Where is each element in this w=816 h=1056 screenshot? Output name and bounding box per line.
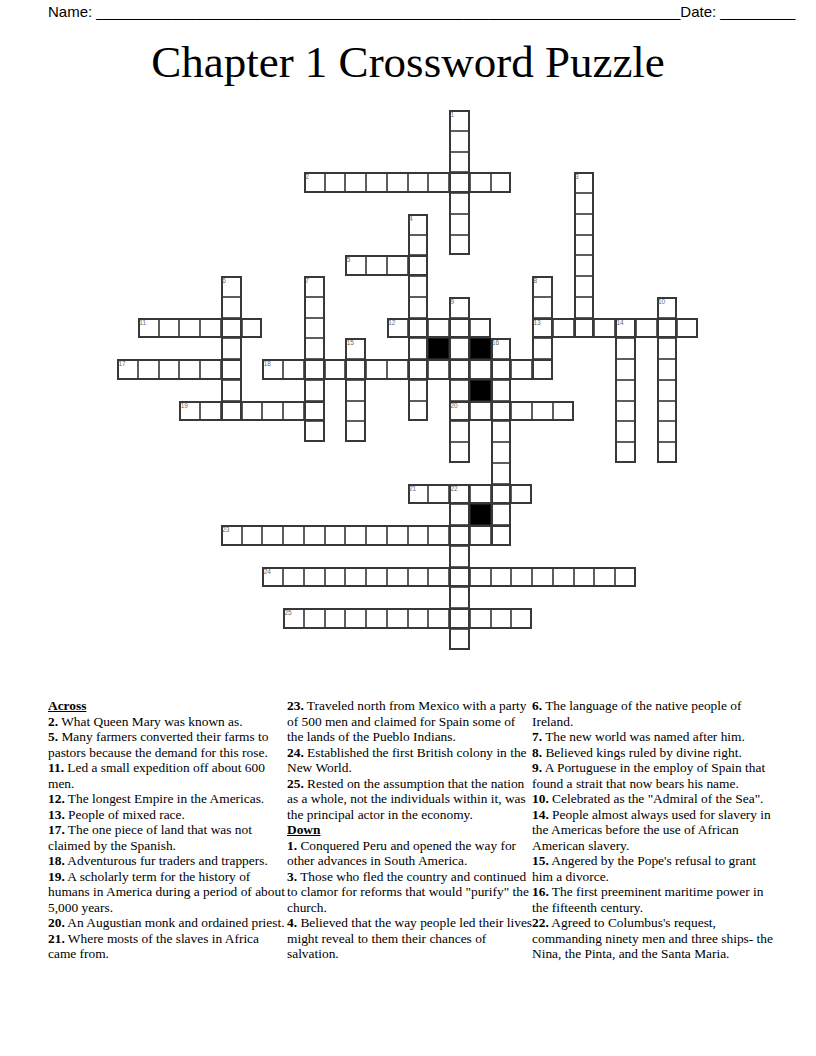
grid-cell[interactable] — [408, 380, 429, 401]
clue-number: 16. — [532, 884, 549, 899]
clue-number: 7. — [532, 729, 542, 744]
clue-number: 22. — [532, 915, 549, 930]
clue-item: 8. Believed kings ruled by divine right. — [532, 745, 777, 761]
grid-cell[interactable] — [366, 255, 387, 276]
grid-cell[interactable] — [491, 359, 512, 380]
grid-cell[interactable] — [449, 152, 470, 173]
grid-cell[interactable] — [491, 463, 512, 484]
clue-number: 4. — [287, 915, 297, 930]
grid-cell[interactable] — [242, 318, 263, 339]
grid-cell[interactable] — [345, 525, 366, 546]
grid-cell[interactable] — [428, 318, 449, 339]
grid-cell[interactable] — [574, 214, 595, 235]
grid-cell[interactable] — [532, 297, 553, 318]
worksheet-page: { "page": { "name_label": "Name:", "name… — [0, 0, 816, 1056]
header-row: Name: __________________________________… — [48, 3, 768, 21]
grid-cell[interactable] — [574, 255, 595, 276]
grid-cell[interactable] — [470, 401, 491, 422]
grid-cell[interactable] — [491, 608, 512, 629]
grid-cell[interactable] — [325, 172, 346, 193]
grid-cell[interactable] — [179, 318, 200, 339]
grid-cell[interactable] — [574, 297, 595, 318]
clue-column-1: Across2. What Queen Mary was known as.5.… — [48, 698, 286, 962]
grid-cell[interactable] — [491, 401, 512, 422]
grid-cell[interactable] — [553, 567, 574, 588]
clue-item: 18. Adventurous fur traders and trappers… — [48, 853, 286, 869]
date-field: Date: _________ — [680, 3, 795, 21]
clue-number: 23. — [287, 698, 304, 713]
grid-cell[interactable] — [200, 359, 221, 380]
grid-cell[interactable] — [615, 380, 636, 401]
date-blank-line: _________ — [720, 3, 795, 20]
clue-item: 11. Led a small expedition off about 600… — [48, 760, 286, 791]
clue-number: 10. — [532, 791, 549, 806]
grid-cell[interactable] — [449, 546, 470, 567]
grid-cell[interactable] — [242, 401, 263, 422]
clue-item: 10. Celebrated as the "Admiral of the Se… — [532, 791, 777, 807]
clue-number: 13. — [48, 807, 65, 822]
grid-cell[interactable] — [636, 318, 657, 339]
grid-cell[interactable] — [159, 359, 180, 380]
clue-item: 23. Traveled north from Mexico with a pa… — [287, 698, 534, 745]
grid-cell[interactable] — [408, 525, 429, 546]
clue-item: 25. Rested on the assumption that the na… — [287, 776, 534, 823]
grid-cell[interactable] — [408, 172, 429, 193]
grid-cell[interactable] — [491, 380, 512, 401]
grid-cell[interactable] — [345, 421, 366, 442]
grid-cell[interactable] — [449, 442, 470, 463]
clue-number: 5. — [48, 729, 58, 744]
clue-number: 17. — [48, 822, 65, 837]
grid-cell[interactable] — [449, 608, 470, 629]
grid-cell[interactable] — [387, 255, 408, 276]
grid-cell[interactable] — [366, 525, 387, 546]
name-field: Name: __________________________________… — [48, 3, 680, 21]
clue-item: 5. Many farmers converted their farms to… — [48, 729, 286, 760]
grid-cell[interactable] — [470, 567, 491, 588]
grid-cell[interactable] — [615, 421, 636, 442]
grid-cell[interactable] — [283, 608, 304, 629]
grid-cell[interactable] — [345, 359, 366, 380]
clue-header-across: Across — [48, 698, 286, 714]
grid-cell[interactable] — [574, 172, 595, 193]
name-label: Name: — [48, 3, 92, 20]
grid-cell[interactable] — [511, 567, 532, 588]
grid-cell[interactable] — [304, 359, 325, 380]
clue-item: 7. The new world was named after him. — [532, 729, 777, 745]
grid-cell[interactable] — [221, 401, 242, 422]
clue-item: 2. What Queen Mary was known as. — [48, 714, 286, 730]
grid-cell[interactable] — [138, 359, 159, 380]
grid-cell[interactable] — [574, 193, 595, 214]
grid-cell[interactable] — [221, 297, 242, 318]
grid-cell[interactable] — [491, 525, 512, 546]
grid-cell[interactable] — [387, 172, 408, 193]
grid-cell[interactable] — [511, 608, 532, 629]
grid-cell[interactable] — [449, 567, 470, 588]
grid-cell[interactable] — [615, 401, 636, 422]
grid-cell[interactable] — [491, 442, 512, 463]
grid-cell[interactable] — [304, 525, 325, 546]
clue-item: 16. The first preeminent maritime power … — [532, 884, 777, 915]
grid-cell[interactable] — [325, 359, 346, 380]
grid-cell[interactable] — [449, 629, 470, 650]
clue-item: 3. Those who fled the country and contin… — [287, 869, 534, 916]
grid-cell[interactable] — [304, 172, 325, 193]
grid-cell[interactable] — [449, 401, 470, 422]
clue-item: 20. An Augustian monk and ordained pries… — [48, 915, 286, 931]
grid-cell[interactable] — [532, 276, 553, 297]
grid-cell[interactable] — [657, 318, 678, 339]
grid-cell[interactable] — [449, 380, 470, 401]
clue-number: 3. — [287, 869, 297, 884]
clue-item: 6. The language of the native people of … — [532, 698, 777, 729]
name-blank-line: ________________________________________… — [96, 3, 680, 20]
grid-cell[interactable] — [345, 380, 366, 401]
grid-cell[interactable] — [428, 608, 449, 629]
grid-cell[interactable] — [615, 567, 636, 588]
clue-number: 1. — [287, 838, 297, 853]
grid-cell[interactable] — [491, 567, 512, 588]
grid-cell[interactable] — [470, 359, 491, 380]
clue-item: 21. Where mosts of the slaves in Africa … — [48, 931, 286, 962]
grid-cell[interactable] — [428, 525, 449, 546]
clue-number: 14. — [532, 807, 549, 822]
grid-cell[interactable] — [553, 318, 574, 339]
date-label: Date: — [680, 3, 716, 20]
grid-cell[interactable] — [262, 359, 283, 380]
clue-number: 19. — [48, 869, 65, 884]
grid-cell[interactable] — [449, 318, 470, 339]
grid-cell[interactable] — [366, 608, 387, 629]
grid-cell[interactable] — [387, 318, 408, 339]
grid-cell[interactable] — [117, 359, 138, 380]
grid-cell[interactable] — [428, 359, 449, 380]
clue-number: 2. — [48, 714, 58, 729]
grid-cell[interactable] — [159, 318, 180, 339]
grid-cell[interactable] — [449, 484, 470, 505]
clue-number: 9. — [532, 760, 542, 775]
grid-cell[interactable] — [449, 359, 470, 380]
grid-cell[interactable] — [304, 380, 325, 401]
grid-cell[interactable] — [615, 318, 636, 339]
grid-cell[interactable] — [532, 338, 553, 359]
clue-number: 25. — [287, 776, 304, 791]
grid-cell[interactable] — [449, 525, 470, 546]
grid-cell[interactable] — [200, 318, 221, 339]
clue-number: 24. — [287, 745, 304, 760]
grid-cell[interactable] — [470, 608, 491, 629]
grid-cell[interactable] — [574, 318, 595, 339]
grid-cell[interactable] — [304, 567, 325, 588]
grid-cell[interactable] — [449, 110, 470, 131]
black-cell — [470, 338, 491, 359]
grid-cell[interactable] — [262, 567, 283, 588]
grid-cell[interactable] — [511, 484, 532, 505]
grid-cell[interactable] — [179, 401, 200, 422]
grid-cell[interactable] — [387, 359, 408, 380]
grid-cell[interactable] — [387, 608, 408, 629]
grid-cell[interactable] — [408, 318, 429, 339]
clue-item: 19. A scholarly term for the history of … — [48, 869, 286, 916]
grid-cell[interactable] — [408, 359, 429, 380]
clue-item: 24. Established the first British colony… — [287, 745, 534, 776]
grid-cell[interactable] — [532, 359, 553, 380]
grid-cell[interactable] — [449, 214, 470, 235]
grid-cell[interactable] — [325, 525, 346, 546]
grid-cell[interactable] — [449, 193, 470, 214]
clue-item: 1. Conquered Peru and opened the way for… — [287, 838, 534, 869]
grid-cell[interactable] — [449, 297, 470, 318]
grid-cell[interactable] — [677, 318, 698, 339]
grid-cell[interactable] — [491, 338, 512, 359]
grid-cell[interactable] — [657, 442, 678, 463]
grid-cell[interactable] — [615, 442, 636, 463]
grid-cell[interactable] — [387, 525, 408, 546]
clue-item: 14. People almost always used for slaver… — [532, 807, 777, 854]
clue-column-2: 23. Traveled north from Mexico with a pa… — [287, 698, 534, 962]
grid-cell[interactable] — [221, 338, 242, 359]
grid-cell[interactable] — [221, 359, 242, 380]
clue-item: 17. The one piece of land that was not c… — [48, 822, 286, 853]
grid-cell[interactable] — [408, 255, 429, 276]
black-cell — [428, 338, 449, 359]
grid-cell[interactable] — [428, 567, 449, 588]
grid-cell[interactable] — [283, 359, 304, 380]
grid-cell[interactable] — [408, 214, 429, 235]
grid-cell[interactable] — [408, 297, 429, 318]
grid-cell[interactable] — [325, 608, 346, 629]
grid-cell[interactable] — [283, 567, 304, 588]
grid-cell[interactable] — [470, 318, 491, 339]
grid-cell[interactable] — [532, 567, 553, 588]
grid-cell[interactable] — [428, 484, 449, 505]
grid-cell[interactable] — [242, 525, 263, 546]
grid-cell[interactable] — [491, 172, 512, 193]
grid-cell[interactable] — [221, 525, 242, 546]
clue-column-3: 6. The language of the native people of … — [532, 698, 777, 962]
grid-cell[interactable] — [179, 359, 200, 380]
grid-cell[interactable] — [262, 401, 283, 422]
grid-cell[interactable] — [657, 297, 678, 318]
clue-number: 18. — [48, 853, 65, 868]
grid-cell[interactable] — [594, 318, 615, 339]
grid-cell[interactable] — [408, 401, 429, 422]
grid-cell[interactable] — [491, 421, 512, 442]
grid-cell[interactable] — [304, 401, 325, 422]
grid-cell[interactable] — [470, 525, 491, 546]
grid-cell[interactable] — [345, 338, 366, 359]
grid-cell[interactable] — [283, 401, 304, 422]
grid-cell[interactable] — [408, 608, 429, 629]
grid-cell[interactable] — [657, 359, 678, 380]
grid-cell[interactable] — [470, 484, 491, 505]
grid-cell[interactable] — [408, 338, 429, 359]
clue-number: 12. — [48, 791, 65, 806]
grid-cell[interactable] — [408, 567, 429, 588]
grid-cell[interactable] — [408, 235, 429, 256]
grid-cell[interactable] — [221, 380, 242, 401]
clue-item: 13. People of mixed race. — [48, 807, 286, 823]
clue-number: 8. — [532, 745, 542, 760]
grid-cell[interactable] — [657, 401, 678, 422]
grid-cell[interactable] — [449, 131, 470, 152]
clue-number: 11. — [48, 760, 64, 775]
grid-cell[interactable] — [449, 421, 470, 442]
grid-cell[interactable] — [366, 567, 387, 588]
grid-cell[interactable] — [491, 504, 512, 525]
grid-cell[interactable] — [615, 359, 636, 380]
grid-cell[interactable] — [387, 567, 408, 588]
grid-cell[interactable] — [200, 401, 221, 422]
grid-cell[interactable] — [345, 608, 366, 629]
black-cell — [470, 504, 491, 525]
black-cell — [470, 380, 491, 401]
grid-cell[interactable] — [449, 172, 470, 193]
grid-cell[interactable] — [283, 525, 304, 546]
grid-cell[interactable] — [428, 172, 449, 193]
clue-number: 20. — [48, 915, 65, 930]
grid-cell[interactable] — [594, 567, 615, 588]
grid-cell[interactable] — [345, 172, 366, 193]
grid-cell[interactable] — [657, 421, 678, 442]
grid-cell[interactable] — [657, 380, 678, 401]
grid-cell[interactable] — [470, 172, 491, 193]
grid-cell[interactable] — [408, 484, 429, 505]
grid-cell[interactable] — [221, 318, 242, 339]
clue-item: 22. Agreed to Columbus's request, comman… — [532, 915, 777, 962]
grid-cell[interactable] — [408, 276, 429, 297]
grid-cell[interactable] — [304, 276, 325, 297]
grid-cell[interactable] — [366, 172, 387, 193]
clue-item: 15. Angered by the Pope's refusal to gra… — [532, 853, 777, 884]
grid-cell[interactable] — [138, 318, 159, 339]
grid-cell[interactable] — [304, 318, 325, 339]
clue-number: 21. — [48, 931, 65, 946]
grid-cell[interactable] — [657, 338, 678, 359]
grid-cell[interactable] — [449, 338, 470, 359]
clue-item: 4. Believed that the way people led thei… — [287, 915, 534, 962]
grid-cell[interactable] — [553, 401, 574, 422]
grid-cell[interactable] — [304, 338, 325, 359]
grid-cell[interactable] — [345, 255, 366, 276]
grid-cell[interactable] — [262, 525, 283, 546]
grid-cell[interactable] — [574, 276, 595, 297]
grid-cell[interactable] — [532, 401, 553, 422]
clue-number: 6. — [532, 698, 542, 713]
grid-cell[interactable] — [511, 359, 532, 380]
grid-cell[interactable] — [532, 318, 553, 339]
grid-cell[interactable] — [574, 567, 595, 588]
grid-cell[interactable] — [304, 297, 325, 318]
page-title: Chapter 1 Crossword Puzzle — [0, 36, 816, 88]
grid-cell[interactable] — [449, 235, 470, 256]
grid-cell[interactable] — [304, 608, 325, 629]
grid-cell[interactable] — [345, 401, 366, 422]
clue-item: 12. The longest Empire in the Americas. — [48, 791, 286, 807]
grid-cell[interactable] — [449, 587, 470, 608]
grid-cell[interactable] — [615, 338, 636, 359]
grid-cell[interactable] — [221, 276, 242, 297]
grid-cell[interactable] — [449, 504, 470, 525]
grid-cell[interactable] — [345, 567, 366, 588]
grid-cell[interactable] — [491, 484, 512, 505]
clue-number: 15. — [532, 853, 549, 868]
crossword-grid: 1234567891011121314151617181920212223242… — [117, 110, 699, 650]
grid-cell[interactable] — [325, 567, 346, 588]
grid-cell[interactable] — [511, 401, 532, 422]
grid-cell[interactable] — [304, 421, 325, 442]
grid-cell[interactable] — [366, 359, 387, 380]
grid-cell[interactable] — [574, 235, 595, 256]
clue-header-down: Down — [287, 822, 534, 838]
clue-item: 9. A Portuguese in the employ of Spain t… — [532, 760, 777, 791]
